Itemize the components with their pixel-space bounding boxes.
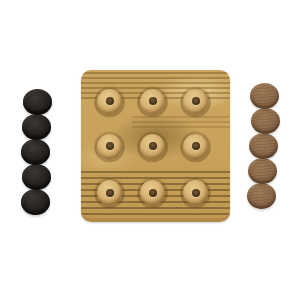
black-disc[interactable] bbox=[22, 164, 51, 190]
black-disc[interactable] bbox=[21, 189, 50, 215]
tictactoe-board bbox=[81, 70, 230, 222]
peg-socket bbox=[180, 177, 211, 208]
board-cell-0-0[interactable] bbox=[88, 79, 131, 123]
board-cell-2-1[interactable] bbox=[131, 169, 174, 216]
peg-socket bbox=[137, 86, 168, 117]
peg-hole bbox=[149, 189, 157, 197]
brown-disc-stack bbox=[247, 83, 276, 209]
black-disc-stack bbox=[20, 89, 49, 215]
peg-socket bbox=[137, 177, 168, 208]
board-cell-2-2[interactable] bbox=[174, 169, 217, 216]
black-disc[interactable] bbox=[23, 89, 52, 115]
product-photo bbox=[0, 0, 300, 300]
brown-disc[interactable] bbox=[250, 83, 279, 109]
peg-hole bbox=[192, 189, 200, 197]
peg bbox=[140, 134, 165, 159]
black-disc[interactable] bbox=[22, 114, 51, 140]
peg-socket bbox=[180, 131, 211, 162]
peg-hole bbox=[106, 189, 114, 197]
peg-socket bbox=[180, 86, 211, 117]
peg bbox=[97, 180, 122, 205]
peg-hole bbox=[149, 97, 157, 105]
brown-disc[interactable] bbox=[251, 108, 280, 134]
board-grid bbox=[88, 79, 217, 216]
peg bbox=[140, 180, 165, 205]
peg-hole bbox=[149, 142, 157, 150]
board-cell-1-2[interactable] bbox=[174, 123, 217, 169]
peg-socket bbox=[94, 131, 125, 162]
peg bbox=[97, 134, 122, 159]
black-disc[interactable] bbox=[21, 139, 50, 165]
peg-hole bbox=[192, 97, 200, 105]
brown-disc[interactable] bbox=[249, 133, 278, 159]
board-cell-1-0[interactable] bbox=[88, 123, 131, 169]
brown-disc[interactable] bbox=[248, 158, 277, 184]
peg bbox=[97, 89, 122, 114]
peg-socket bbox=[137, 131, 168, 162]
peg-hole bbox=[106, 142, 114, 150]
board-cell-0-2[interactable] bbox=[174, 79, 217, 123]
peg bbox=[140, 89, 165, 114]
peg bbox=[183, 134, 208, 159]
board-cell-2-0[interactable] bbox=[88, 169, 131, 216]
peg-hole bbox=[192, 142, 200, 150]
board-cell-1-1[interactable] bbox=[131, 123, 174, 169]
peg bbox=[183, 180, 208, 205]
peg-socket bbox=[94, 86, 125, 117]
brown-disc[interactable] bbox=[247, 183, 276, 209]
peg bbox=[183, 89, 208, 114]
peg-socket bbox=[94, 177, 125, 208]
board-cell-0-1[interactable] bbox=[131, 79, 174, 123]
peg-hole bbox=[106, 97, 114, 105]
